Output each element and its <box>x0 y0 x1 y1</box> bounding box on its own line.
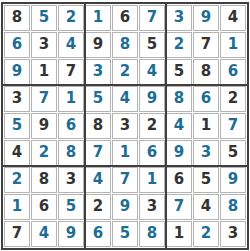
cell-r7c1[interactable]: 2 <box>4 167 30 193</box>
cell-r4c6[interactable]: 9 <box>139 86 165 112</box>
cell-r5c7[interactable]: 4 <box>166 113 192 139</box>
cell-r8c9[interactable]: 8 <box>220 194 246 220</box>
cell-r3c7[interactable]: 5 <box>166 59 192 85</box>
cell-r3c1[interactable]: 9 <box>4 59 30 85</box>
cell-r3c4[interactable]: 3 <box>85 59 111 85</box>
cell-r6c9[interactable]: 5 <box>220 140 246 166</box>
cell-r2c8[interactable]: 7 <box>193 32 219 58</box>
cell-r5c4[interactable]: 8 <box>85 113 111 139</box>
cell-r4c8[interactable]: 6 <box>193 86 219 112</box>
cell-r8c2[interactable]: 6 <box>31 194 57 220</box>
cell-r2c2[interactable]: 3 <box>31 32 57 58</box>
cell-r2c6[interactable]: 5 <box>139 32 165 58</box>
cell-r6c1[interactable]: 4 <box>4 140 30 166</box>
cell-r4c5[interactable]: 4 <box>112 86 138 112</box>
cell-r9c1[interactable]: 7 <box>4 221 30 247</box>
cell-r3c9[interactable]: 6 <box>220 59 246 85</box>
cell-r3c2[interactable]: 1 <box>31 59 57 85</box>
cell-r9c9[interactable]: 3 <box>220 221 246 247</box>
cell-r7c8[interactable]: 5 <box>193 167 219 193</box>
cell-r6c2[interactable]: 2 <box>31 140 57 166</box>
cell-r6c8[interactable]: 3 <box>193 140 219 166</box>
cell-r6c3[interactable]: 8 <box>58 140 84 166</box>
cell-r4c3[interactable]: 1 <box>58 86 84 112</box>
cell-r8c5[interactable]: 9 <box>112 194 138 220</box>
cell-r2c7[interactable]: 2 <box>166 32 192 58</box>
cell-r3c8[interactable]: 8 <box>193 59 219 85</box>
cell-r7c7[interactable]: 6 <box>166 167 192 193</box>
cell-r8c3[interactable]: 5 <box>58 194 84 220</box>
cell-r8c8[interactable]: 4 <box>193 194 219 220</box>
sudoku-board: 8521673946349852719173245863715498625968… <box>1 2 249 250</box>
cell-r5c6[interactable]: 2 <box>139 113 165 139</box>
cell-r2c5[interactable]: 8 <box>112 32 138 58</box>
cell-r4c2[interactable]: 7 <box>31 86 57 112</box>
cell-r8c6[interactable]: 3 <box>139 194 165 220</box>
cell-r1c6[interactable]: 7 <box>139 5 165 31</box>
cell-r5c8[interactable]: 1 <box>193 113 219 139</box>
cell-r9c4[interactable]: 6 <box>85 221 111 247</box>
cell-r7c6[interactable]: 1 <box>139 167 165 193</box>
cell-r5c5[interactable]: 3 <box>112 113 138 139</box>
cell-r7c9[interactable]: 9 <box>220 167 246 193</box>
cell-r3c6[interactable]: 4 <box>139 59 165 85</box>
cell-r1c3[interactable]: 2 <box>58 5 84 31</box>
cell-r7c4[interactable]: 4 <box>85 167 111 193</box>
cell-r8c4[interactable]: 2 <box>85 194 111 220</box>
cell-r2c1[interactable]: 6 <box>4 32 30 58</box>
cell-r4c1[interactable]: 3 <box>4 86 30 112</box>
cell-r1c1[interactable]: 8 <box>4 5 30 31</box>
cell-r6c7[interactable]: 9 <box>166 140 192 166</box>
cell-r5c3[interactable]: 6 <box>58 113 84 139</box>
sudoku-grid: 8521673946349852719173245863715498625968… <box>4 5 246 247</box>
cell-r9c8[interactable]: 2 <box>193 221 219 247</box>
cell-r8c1[interactable]: 1 <box>4 194 30 220</box>
cell-r1c7[interactable]: 3 <box>166 5 192 31</box>
cell-r8c7[interactable]: 7 <box>166 194 192 220</box>
cell-r4c9[interactable]: 2 <box>220 86 246 112</box>
cell-r6c4[interactable]: 7 <box>85 140 111 166</box>
cell-r7c2[interactable]: 8 <box>31 167 57 193</box>
cell-r1c4[interactable]: 1 <box>85 5 111 31</box>
cell-r9c3[interactable]: 9 <box>58 221 84 247</box>
cell-r7c5[interactable]: 7 <box>112 167 138 193</box>
cell-r1c5[interactable]: 6 <box>112 5 138 31</box>
cell-r9c2[interactable]: 4 <box>31 221 57 247</box>
cell-r6c5[interactable]: 1 <box>112 140 138 166</box>
cell-r2c4[interactable]: 9 <box>85 32 111 58</box>
cell-r1c2[interactable]: 5 <box>31 5 57 31</box>
cell-r3c5[interactable]: 2 <box>112 59 138 85</box>
cell-r9c5[interactable]: 5 <box>112 221 138 247</box>
cell-r1c8[interactable]: 9 <box>193 5 219 31</box>
cell-r9c7[interactable]: 1 <box>166 221 192 247</box>
cell-r5c9[interactable]: 7 <box>220 113 246 139</box>
cell-r7c3[interactable]: 3 <box>58 167 84 193</box>
cell-r2c3[interactable]: 4 <box>58 32 84 58</box>
cell-r2c9[interactable]: 1 <box>220 32 246 58</box>
cell-r5c2[interactable]: 9 <box>31 113 57 139</box>
cell-r6c6[interactable]: 6 <box>139 140 165 166</box>
cell-r3c3[interactable]: 7 <box>58 59 84 85</box>
cell-r4c7[interactable]: 8 <box>166 86 192 112</box>
cell-r5c1[interactable]: 5 <box>4 113 30 139</box>
cell-r1c9[interactable]: 4 <box>220 5 246 31</box>
cell-r4c4[interactable]: 5 <box>85 86 111 112</box>
cell-r9c6[interactable]: 8 <box>139 221 165 247</box>
